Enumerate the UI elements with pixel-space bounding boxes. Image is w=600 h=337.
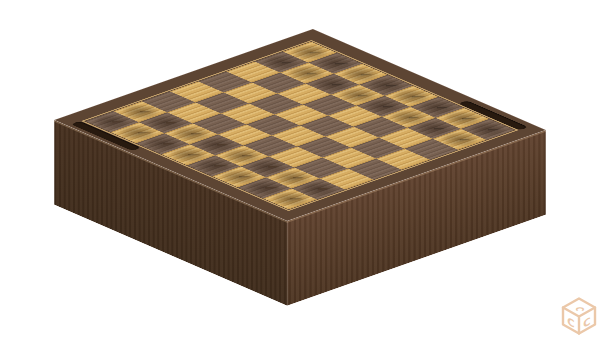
square-h4[interactable] [348,159,402,180]
square-h6[interactable] [404,139,458,160]
square-g6[interactable] [379,128,433,149]
logo-letter-top: C [573,307,586,311]
chess-set-photo: ♜♞♝♛♚♝♞♜♟♟♟♟♟♟♟♟♟♟♟♟♟♟♟♟♜♞♝♛♚♝♞♜ C C C [0,0,600,337]
square-g5[interactable] [351,138,405,159]
chess-box: ♜♞♝♛♚♝♞♜♟♟♟♟♟♟♟♟♟♟♟♟♟♟♟♟♜♞♝♛♚♝♞♜ [54,29,545,221]
watermark-cube-logo: C C C [559,296,599,336]
square-h5[interactable] [376,149,430,170]
square-f5[interactable] [325,127,379,148]
